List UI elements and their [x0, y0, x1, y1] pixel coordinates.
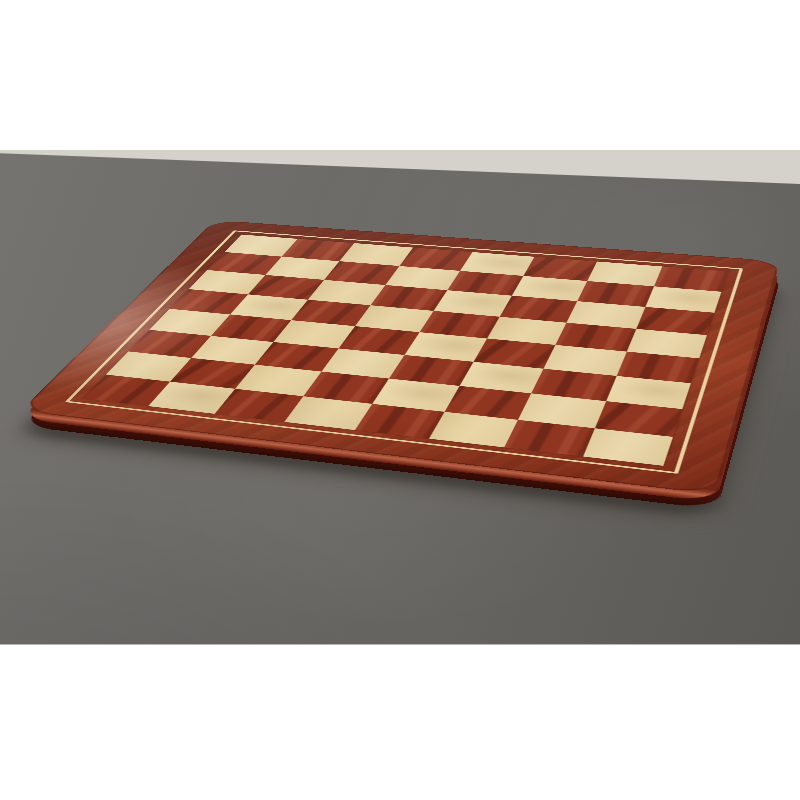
product-photo-stage: [0, 0, 800, 800]
photo-scene: [0, 150, 800, 645]
